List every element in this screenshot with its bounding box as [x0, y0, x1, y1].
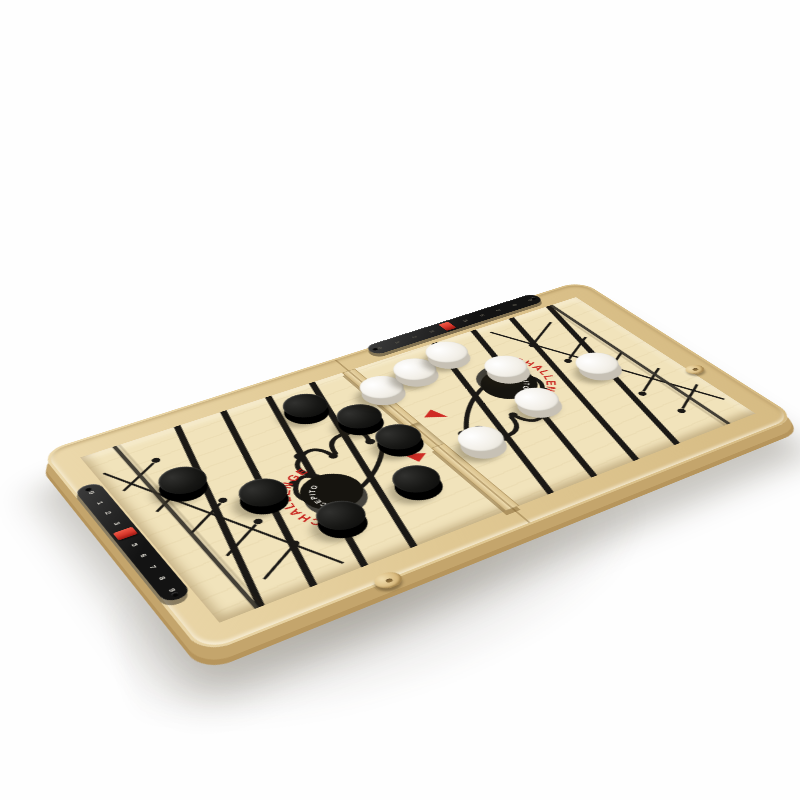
product-photo-scene: ICEPITO CHALLENGE: [0, 0, 800, 800]
score-digit: 1: [393, 341, 401, 345]
score-marker-left[interactable]: [113, 527, 138, 541]
score-digit: 8: [510, 303, 518, 306]
gate-arrow: [419, 408, 448, 423]
score-digit: 2: [410, 335, 418, 339]
score-marker-right[interactable]: [438, 322, 456, 331]
score-digit: 5: [461, 319, 469, 322]
slider-screw-hole: [170, 592, 179, 598]
score-digit: 1: [95, 500, 105, 505]
score-digit: 7: [494, 308, 502, 311]
score-digit: 7: [148, 564, 158, 570]
score-digit: 0: [375, 346, 383, 350]
score-digit: 6: [478, 314, 486, 317]
score-digit: 3: [112, 521, 122, 526]
score-digit: 8: [157, 576, 167, 582]
score-digit: 2: [103, 510, 113, 515]
score-digit: 5: [130, 542, 140, 547]
score-digit: 6: [139, 553, 149, 558]
score-digit: 9: [526, 298, 534, 301]
score-digit: 3: [427, 330, 435, 334]
